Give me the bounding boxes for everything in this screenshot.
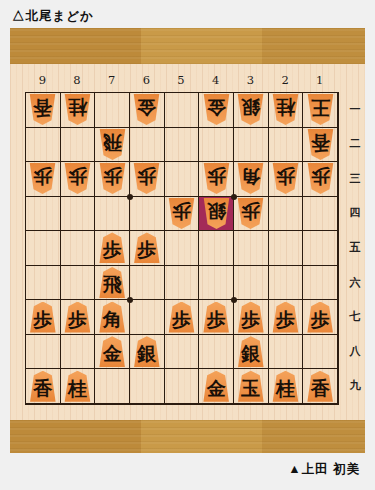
piece-glyph: 銀 [241,340,260,367]
rank-label-7: 七 [346,299,364,334]
square-81[interactable]: 桂 [61,93,96,128]
piece-glyph: 銀 [137,340,156,367]
file-label-8: 8 [60,72,95,89]
piece-glyph: 歩 [33,163,52,190]
square-79[interactable] [95,369,130,404]
square-42[interactable] [199,128,234,163]
board-grid: 香桂金金銀桂王飛香歩歩歩歩歩角歩歩歩銀歩歩歩飛歩歩角歩歩歩歩歩金銀銀香桂金玉桂香 [25,92,339,405]
file-label-6: 6 [129,72,164,89]
piece-歩-sente[interactable]: 歩 [236,302,265,333]
square-94[interactable] [26,197,61,232]
square-16[interactable] [303,266,338,301]
piece-歩-sente[interactable]: 歩 [132,232,161,263]
file-labels: 987654321 [25,72,337,89]
rank-label-6: 六 [346,265,364,300]
piece-銀-sente[interactable]: 銀 [236,336,265,367]
piece-glyph: 歩 [276,306,295,333]
square-19[interactable]: 香 [303,369,338,404]
piece-香-gote[interactable]: 香 [306,129,335,160]
square-85[interactable] [61,231,96,266]
file-label-3: 3 [233,72,268,89]
square-55[interactable] [165,231,200,266]
piece-glyph: 玉 [241,375,260,402]
square-58[interactable] [165,335,200,370]
piece-香-gote[interactable]: 香 [28,94,57,125]
piece-glyph: 歩 [276,163,295,190]
square-93[interactable]: 歩 [26,162,61,197]
piece-glyph: 飛 [103,129,122,156]
piece-歩-gote[interactable]: 歩 [236,198,265,229]
piece-glyph: 歩 [207,163,226,190]
square-46[interactable] [199,266,234,301]
square-44[interactable]: 銀 [199,197,234,232]
board-frame-top [10,28,365,64]
square-89[interactable]: 桂 [61,369,96,404]
square-78[interactable]: 金 [95,335,130,370]
square-87[interactable]: 歩 [61,300,96,335]
piece-glyph: 桂 [68,375,87,402]
square-57[interactable]: 歩 [165,300,200,335]
square-34[interactable]: 歩 [234,197,269,232]
square-71[interactable] [95,93,130,128]
square-45[interactable] [199,231,234,266]
piece-金-gote[interactable]: 金 [202,94,231,125]
square-65[interactable]: 歩 [130,231,165,266]
square-99[interactable]: 香 [26,369,61,404]
square-61[interactable]: 金 [130,93,165,128]
square-22[interactable] [269,128,304,163]
piece-glyph: 銀 [241,94,260,121]
piece-glyph: 歩 [68,306,87,333]
square-91[interactable]: 香 [26,93,61,128]
gote-player-name: △北尾まどか [12,8,94,25]
piece-glyph: 香 [311,375,330,402]
piece-銀-gote[interactable]: 銀 [202,198,231,229]
piece-歩-sente[interactable]: 歩 [63,302,92,333]
piece-角-gote[interactable]: 角 [236,163,265,194]
square-13[interactable]: 歩 [303,162,338,197]
square-56[interactable] [165,266,200,301]
square-83[interactable]: 歩 [61,162,96,197]
piece-glyph: 角 [241,163,260,190]
piece-歩-sente[interactable]: 歩 [271,302,300,333]
piece-歩-sente[interactable]: 歩 [28,302,57,333]
square-62[interactable] [130,128,165,163]
file-label-1: 1 [302,72,337,89]
square-32[interactable] [234,128,269,163]
square-68[interactable]: 銀 [130,335,165,370]
square-21[interactable]: 桂 [269,93,304,128]
rank-label-5: 五 [346,230,364,265]
piece-銀-gote[interactable]: 銀 [236,94,265,125]
piece-glyph: 王 [311,94,330,121]
piece-glyph: 歩 [137,236,156,263]
square-29[interactable]: 桂 [269,369,304,404]
file-label-2: 2 [268,72,303,89]
piece-桂-sente[interactable]: 桂 [271,371,300,402]
sente-player-name: ▲上田 初美 [288,461,360,478]
piece-glyph: 桂 [276,375,295,402]
rank-label-9: 九 [346,369,364,404]
piece-glyph: 歩 [137,163,156,190]
piece-歩-gote[interactable]: 歩 [271,163,300,194]
square-72[interactable]: 飛 [95,128,130,163]
square-31[interactable]: 銀 [234,93,269,128]
rank-label-4: 四 [346,196,364,231]
square-35[interactable] [234,231,269,266]
square-39[interactable]: 玉 [234,369,269,404]
piece-glyph: 香 [311,129,330,156]
piece-glyph: 歩 [103,236,122,263]
square-14[interactable] [303,197,338,232]
piece-glyph: 歩 [311,163,330,190]
square-76[interactable]: 飛 [95,266,130,301]
piece-glyph: 金 [207,94,226,121]
file-label-5: 5 [164,72,199,89]
square-28[interactable] [269,335,304,370]
square-47[interactable]: 歩 [199,300,234,335]
piece-桂-sente[interactable]: 桂 [63,371,92,402]
square-82[interactable] [61,128,96,163]
square-48[interactable] [199,335,234,370]
square-53[interactable] [165,162,200,197]
square-52[interactable] [165,128,200,163]
piece-glyph: 歩 [33,306,52,333]
square-67[interactable] [130,300,165,335]
rank-label-3: 三 [346,161,364,196]
rank-labels: 一二三四五六七八九 [346,92,364,403]
piece-glyph: 歩 [172,306,191,333]
piece-角-sente[interactable]: 角 [98,302,127,333]
piece-歩-sente[interactable]: 歩 [98,232,127,263]
square-75[interactable]: 歩 [95,231,130,266]
square-84[interactable] [61,197,96,232]
square-74[interactable] [95,197,130,232]
piece-歩-gote[interactable]: 歩 [167,198,196,229]
square-69[interactable] [130,369,165,404]
piece-glyph: 歩 [172,198,191,225]
piece-歩-sente[interactable]: 歩 [167,302,196,333]
piece-glyph: 金 [137,94,156,121]
piece-glyph: 桂 [68,94,87,121]
rank-label-8: 八 [346,334,364,369]
square-41[interactable]: 金 [199,93,234,128]
piece-glyph: 金 [207,375,226,402]
piece-桂-gote[interactable]: 桂 [63,94,92,125]
square-17[interactable]: 歩 [303,300,338,335]
square-38[interactable]: 銀 [234,335,269,370]
square-24[interactable] [269,197,304,232]
piece-glyph: 香 [33,94,52,121]
file-label-4: 4 [198,72,233,89]
piece-王-gote[interactable]: 王 [306,94,335,125]
piece-銀-sente[interactable]: 銀 [132,336,161,367]
board-frame-bottom [10,420,365,453]
piece-glyph: 角 [103,306,122,333]
square-96[interactable] [26,266,61,301]
square-18[interactable] [303,335,338,370]
piece-玉-sente[interactable]: 玉 [236,371,265,402]
square-86[interactable] [61,266,96,301]
square-26[interactable] [269,266,304,301]
square-77[interactable]: 角 [95,300,130,335]
square-95[interactable] [26,231,61,266]
square-36[interactable] [234,266,269,301]
piece-歩-sente[interactable]: 歩 [202,302,231,333]
piece-歩-gote[interactable]: 歩 [98,163,127,194]
piece-歩-gote[interactable]: 歩 [306,163,335,194]
rank-label-2: 二 [346,127,364,162]
piece-glyph: 香 [33,375,52,402]
star-point [127,194,133,200]
square-12[interactable]: 香 [303,128,338,163]
square-92[interactable] [26,128,61,163]
square-51[interactable] [165,93,200,128]
square-98[interactable] [26,335,61,370]
file-label-7: 7 [94,72,129,89]
piece-歩-gote[interactable]: 歩 [132,163,161,194]
piece-glyph: 歩 [68,163,87,190]
piece-金-gote[interactable]: 金 [132,94,161,125]
square-27[interactable]: 歩 [269,300,304,335]
square-15[interactable] [303,231,338,266]
piece-glyph: 歩 [311,306,330,333]
square-43[interactable]: 歩 [199,162,234,197]
piece-歩-sente[interactable]: 歩 [306,302,335,333]
square-97[interactable]: 歩 [26,300,61,335]
piece-金-sente[interactable]: 金 [98,336,127,367]
piece-glyph: 歩 [207,306,226,333]
piece-歩-gote[interactable]: 歩 [63,163,92,194]
piece-桂-gote[interactable]: 桂 [271,94,300,125]
piece-glyph: 歩 [241,306,260,333]
piece-glyph: 歩 [241,198,260,225]
square-25[interactable] [269,231,304,266]
square-49[interactable]: 金 [199,369,234,404]
shogi-board: 987654321 一二三四五六七八九 香桂金金銀桂王飛香歩歩歩歩歩角歩歩歩銀歩… [10,28,365,453]
piece-香-sente[interactable]: 香 [28,371,57,402]
square-23[interactable]: 歩 [269,162,304,197]
square-33[interactable]: 角 [234,162,269,197]
rank-label-1: 一 [346,92,364,127]
square-59[interactable] [165,369,200,404]
file-label-9: 9 [25,72,60,89]
piece-香-sente[interactable]: 香 [306,371,335,402]
piece-歩-gote[interactable]: 歩 [202,163,231,194]
star-point [231,194,237,200]
piece-glyph: 桂 [276,94,295,121]
piece-glyph: 歩 [103,163,122,190]
square-66[interactable] [130,266,165,301]
square-37[interactable]: 歩 [234,300,269,335]
piece-金-sente[interactable]: 金 [202,371,231,402]
star-point [127,297,133,303]
piece-glyph: 銀 [207,198,226,225]
piece-歩-gote[interactable]: 歩 [28,163,57,194]
square-11[interactable]: 王 [303,93,338,128]
piece-glyph: 飛 [103,271,122,298]
star-point [231,297,237,303]
square-63[interactable]: 歩 [130,162,165,197]
piece-glyph: 金 [103,340,122,367]
square-88[interactable] [61,335,96,370]
piece-飛-gote[interactable]: 飛 [98,129,127,160]
square-54[interactable]: 歩 [165,197,200,232]
square-64[interactable] [130,197,165,232]
piece-飛-sente[interactable]: 飛 [98,267,127,298]
square-73[interactable]: 歩 [95,162,130,197]
